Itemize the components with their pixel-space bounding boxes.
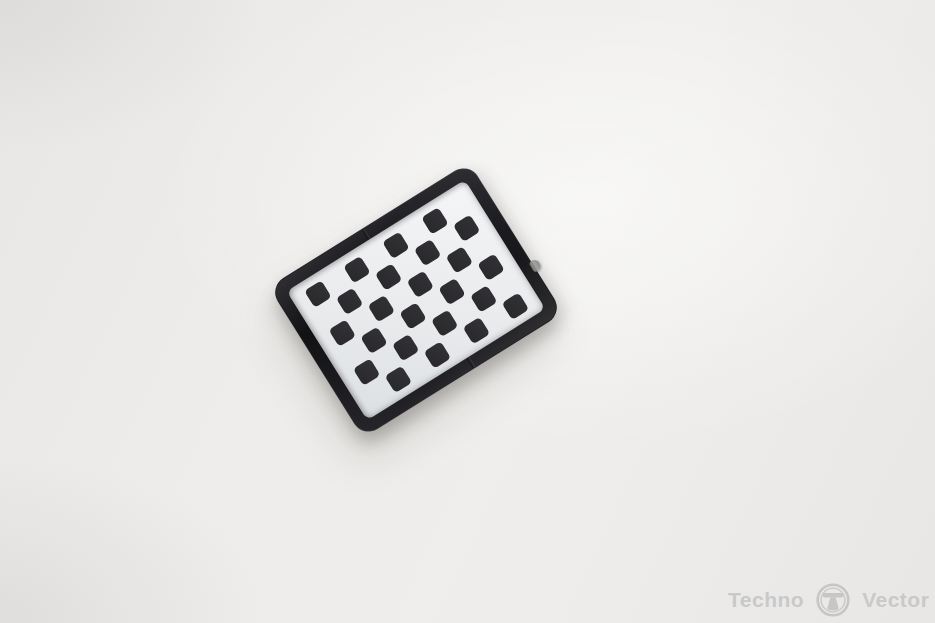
brand-vector: Vector [862, 588, 929, 612]
checker-grid [301, 193, 530, 408]
brand-techno: Techno [728, 588, 804, 612]
mount-clip [529, 258, 543, 273]
calibration-board [269, 162, 563, 438]
board-frame [269, 162, 563, 438]
steering-wheel-logo-icon [816, 583, 850, 617]
frame-seam-bottom [466, 357, 475, 369]
watermark: Techno Vector [728, 581, 929, 618]
board-panel [287, 180, 546, 420]
photo-background: Techno Vector [0, 0, 935, 623]
